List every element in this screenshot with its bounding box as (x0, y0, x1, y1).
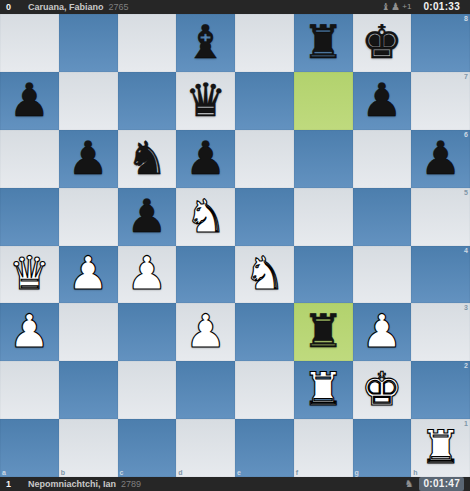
square-c3[interactable] (118, 303, 177, 361)
square-f3[interactable]: ♜ (294, 303, 353, 361)
square-c4[interactable]: ♟ (118, 246, 177, 304)
square-b6[interactable]: ♟ (59, 130, 118, 188)
square-b1[interactable]: b (59, 419, 118, 477)
captured-knight-icon: ♞ (404, 477, 413, 491)
square-g5[interactable] (353, 188, 412, 246)
square-e4[interactable]: ♞ (235, 246, 294, 304)
square-h7[interactable]: 7 (411, 72, 470, 130)
square-g1[interactable]: g (353, 419, 412, 477)
square-b8[interactable] (59, 14, 118, 72)
square-f7[interactable] (294, 72, 353, 130)
piece-white-rook-h1[interactable]: ♜ (420, 424, 461, 470)
piece-black-pawn-a7[interactable]: ♟ (9, 77, 50, 123)
square-f1[interactable]: f (294, 419, 353, 477)
captured-bishop-icon: ♝ (381, 0, 390, 14)
square-f6[interactable] (294, 130, 353, 188)
piece-black-queen-d7[interactable]: ♛ (185, 77, 226, 123)
square-c1[interactable]: c (118, 419, 177, 477)
square-c5[interactable]: ♟ (118, 188, 177, 246)
file-label-f: f (296, 469, 298, 476)
chess-board[interactable]: ♝♜♚8♟♛♟7♟♞♟♟6♟♞5♛♟♟♞4♟♟♜♟3♜♚2abcdefg♜h1 (0, 14, 470, 477)
file-label-g: g (355, 469, 359, 476)
square-e3[interactable] (235, 303, 294, 361)
square-f5[interactable] (294, 188, 353, 246)
square-g8[interactable]: ♚ (353, 14, 412, 72)
bottom-player-name: Nepomniachtchi, Ian (28, 477, 116, 491)
rank-label-4: 4 (464, 247, 468, 254)
square-h4[interactable]: 4 (411, 246, 470, 304)
square-h3[interactable]: 3 (411, 303, 470, 361)
square-e6[interactable] (235, 130, 294, 188)
square-e5[interactable] (235, 188, 294, 246)
square-a3[interactable]: ♟ (0, 303, 59, 361)
piece-white-knight-e4[interactable]: ♞ (244, 250, 285, 296)
square-a5[interactable] (0, 188, 59, 246)
square-d6[interactable]: ♟ (176, 130, 235, 188)
square-e2[interactable] (235, 361, 294, 419)
top-player-bar: 0 Caruana, Fabiano 2765 ♝ ♟ +1 0:01:33 (0, 0, 470, 14)
captured-pawn-icon: ♟ (391, 0, 400, 14)
piece-white-pawn-a3[interactable]: ♟ (9, 308, 50, 354)
square-c6[interactable]: ♞ (118, 130, 177, 188)
square-e1[interactable]: e (235, 419, 294, 477)
square-h5[interactable]: 5 (411, 188, 470, 246)
square-a8[interactable] (0, 14, 59, 72)
square-a6[interactable] (0, 130, 59, 188)
piece-black-bishop-d8[interactable]: ♝ (185, 19, 226, 65)
square-g7[interactable]: ♟ (353, 72, 412, 130)
square-d2[interactable] (176, 361, 235, 419)
square-g6[interactable] (353, 130, 412, 188)
square-a7[interactable]: ♟ (0, 72, 59, 130)
piece-white-pawn-g3[interactable]: ♟ (361, 308, 402, 354)
square-a1[interactable]: a (0, 419, 59, 477)
square-f2[interactable]: ♜ (294, 361, 353, 419)
piece-black-pawn-c5[interactable]: ♟ (126, 193, 167, 239)
top-player-clock: 0:01:33 (419, 0, 464, 14)
square-g3[interactable]: ♟ (353, 303, 412, 361)
rank-label-8: 8 (464, 15, 468, 22)
piece-black-knight-c6[interactable]: ♞ (126, 135, 167, 181)
file-label-e: e (237, 469, 241, 476)
piece-black-pawn-g7[interactable]: ♟ (361, 77, 402, 123)
top-player-name: Caruana, Fabiano (28, 0, 104, 14)
rank-label-1: 1 (464, 420, 468, 427)
square-d7[interactable]: ♛ (176, 72, 235, 130)
bottom-player-clock: 0:01:47 (419, 477, 464, 491)
piece-black-king-g8[interactable]: ♚ (361, 19, 402, 65)
square-e7[interactable] (235, 72, 294, 130)
file-label-h: h (413, 469, 417, 476)
square-b3[interactable] (59, 303, 118, 361)
square-c8[interactable] (118, 14, 177, 72)
square-d4[interactable] (176, 246, 235, 304)
square-c2[interactable] (118, 361, 177, 419)
square-g2[interactable]: ♚ (353, 361, 412, 419)
piece-black-rook-f3[interactable]: ♜ (303, 308, 344, 354)
top-material-advantage: +1 (402, 0, 411, 14)
piece-white-knight-d5[interactable]: ♞ (185, 193, 226, 239)
square-b2[interactable] (59, 361, 118, 419)
top-player-score: 0 (6, 0, 28, 14)
square-g4[interactable] (353, 246, 412, 304)
square-b4[interactable]: ♟ (59, 246, 118, 304)
bottom-player-bar: 1 Nepomniachtchi, Ian 2789 ♞ 0:01:47 (0, 477, 470, 491)
square-d3[interactable]: ♟ (176, 303, 235, 361)
square-c7[interactable] (118, 72, 177, 130)
bottom-player-score: 1 (6, 477, 28, 491)
square-d8[interactable]: ♝ (176, 14, 235, 72)
square-h6[interactable]: ♟6 (411, 130, 470, 188)
top-player-rating: 2765 (109, 0, 129, 14)
square-b5[interactable] (59, 188, 118, 246)
piece-white-queen-a4[interactable]: ♛ (9, 250, 50, 296)
square-a4[interactable]: ♛ (0, 246, 59, 304)
rank-label-6: 6 (464, 131, 468, 138)
piece-white-pawn-c4[interactable]: ♟ (126, 250, 167, 296)
piece-white-pawn-b4[interactable]: ♟ (68, 250, 109, 296)
rank-label-5: 5 (464, 189, 468, 196)
rank-label-7: 7 (464, 73, 468, 80)
piece-white-rook-f2[interactable]: ♜ (303, 366, 344, 412)
piece-black-pawn-h6[interactable]: ♟ (420, 135, 461, 181)
square-b7[interactable] (59, 72, 118, 130)
square-e8[interactable] (235, 14, 294, 72)
file-label-b: b (61, 469, 65, 476)
piece-black-pawn-d6[interactable]: ♟ (185, 135, 226, 181)
rank-label-3: 3 (464, 304, 468, 311)
square-h8[interactable]: 8 (411, 14, 470, 72)
bottom-player-rating: 2789 (121, 477, 141, 491)
square-f8[interactable]: ♜ (294, 14, 353, 72)
file-label-c: c (120, 469, 124, 476)
square-a2[interactable] (0, 361, 59, 419)
file-label-d: d (178, 469, 182, 476)
piece-white-pawn-d3[interactable]: ♟ (185, 308, 226, 354)
square-d5[interactable]: ♞ (176, 188, 235, 246)
piece-white-king-g2[interactable]: ♚ (361, 366, 402, 412)
rank-label-2: 2 (464, 362, 468, 369)
piece-black-rook-f8[interactable]: ♜ (303, 19, 344, 65)
square-d1[interactable]: d (176, 419, 235, 477)
file-label-a: a (2, 469, 6, 476)
square-h1[interactable]: ♜h1 (411, 419, 470, 477)
square-f4[interactable] (294, 246, 353, 304)
piece-black-pawn-b6[interactable]: ♟ (68, 135, 109, 181)
square-h2[interactable]: 2 (411, 361, 470, 419)
